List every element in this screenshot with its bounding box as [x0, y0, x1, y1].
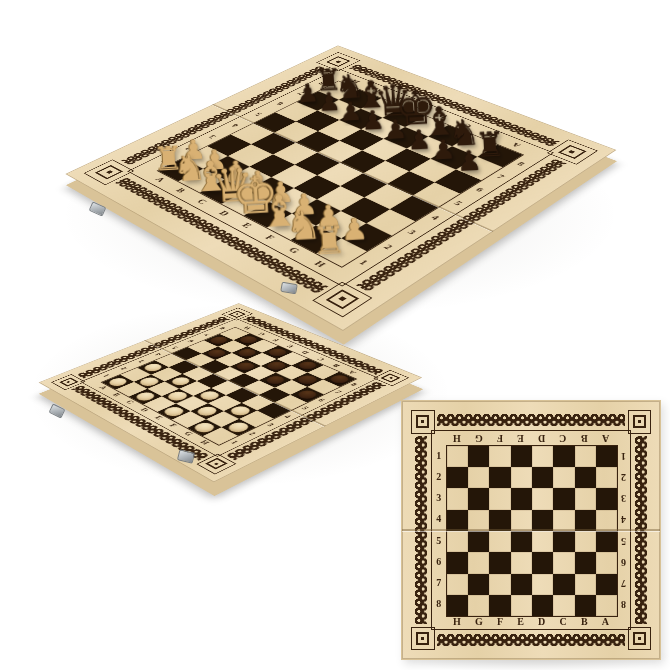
coordinate-label: 6 [621, 557, 626, 567]
chess-piece-black-pawn: ♟ [456, 146, 482, 175]
board-square [489, 595, 510, 616]
board-square [553, 467, 574, 488]
coordinate-label: D [538, 433, 545, 443]
coordinate-label: 3 [436, 493, 441, 503]
board-square [553, 510, 574, 531]
coordinate-label: 4 [436, 514, 441, 524]
board-square [532, 510, 553, 531]
coordinate-label: C [559, 617, 566, 627]
board-square [468, 531, 489, 552]
board-square [468, 467, 489, 488]
coordinate-label: G [475, 433, 483, 443]
board-square [596, 467, 617, 488]
board-square [596, 574, 617, 595]
fold-seam [402, 529, 660, 531]
coordinate-label: 2 [436, 472, 441, 482]
coordinate-labels-bottom: HGFEDCBA [446, 616, 616, 629]
board-square [553, 531, 574, 552]
coordinate-label: H [453, 433, 461, 443]
board-square [575, 531, 596, 552]
board-square [447, 488, 468, 509]
coordinate-label: 1 [436, 451, 441, 461]
coordinate-label: A [510, 142, 523, 149]
coordinate-label: 5 [436, 536, 441, 546]
checkers-set-view: HGFEDCBAABCDEFGH8765432187654321 [92, 244, 364, 516]
coordinate-label: F [271, 338, 281, 342]
coordinate-label: E [517, 433, 524, 443]
board-square [532, 446, 553, 467]
board-square [575, 510, 596, 531]
board-square [596, 446, 617, 467]
board-square [596, 595, 617, 616]
coordinate-label: 7 [436, 578, 441, 588]
coordinate-label: 4 [621, 514, 626, 524]
coordinate-label: 8 [436, 599, 441, 609]
coordinate-label: A [602, 433, 609, 443]
coordinate-label: H [453, 617, 461, 627]
board-square [489, 467, 510, 488]
corner-motif-ring [638, 637, 641, 640]
coordinate-label: E [153, 415, 164, 420]
coordinate-label: F [497, 433, 503, 443]
board-square [511, 531, 532, 552]
board-square [489, 446, 510, 467]
board-square [511, 467, 532, 488]
chess-piece-black-pawn: ♟ [317, 89, 341, 115]
board-square [241, 395, 274, 411]
coordinate-label: 8 [621, 599, 626, 609]
corner-motif-ring [421, 637, 424, 640]
board-square [489, 531, 510, 552]
corner-motif-ring [381, 373, 401, 382]
board-square [447, 510, 468, 531]
coordinate-label: D [538, 617, 545, 627]
coordinate-label: 2 [382, 243, 395, 250]
coordinate-label: 3 [621, 493, 626, 503]
board-square [447, 446, 468, 467]
board-square [553, 446, 574, 467]
coordinate-label: 1 [102, 373, 112, 377]
chess-piece-black-pawn: ♟ [407, 125, 432, 153]
coordinate-label: C [559, 433, 566, 443]
coordinate-label: B [581, 617, 588, 627]
board-square [575, 467, 596, 488]
board-square [575, 488, 596, 509]
coordinate-label: 5 [621, 536, 626, 546]
board-square [532, 595, 553, 616]
coordinate-label: E [285, 344, 295, 348]
braid-border-bottom [437, 634, 625, 646]
coordinate-labels-top: HGFEDCBA [446, 431, 616, 444]
board-square [575, 574, 596, 595]
board-square [511, 488, 532, 509]
checkers-board-tilt: HGFEDCBAABCDEFGH8765432187654321 [85, 237, 371, 523]
coordinate-label: A [602, 617, 609, 627]
board-square [489, 574, 510, 595]
coordinate-label: 6 [274, 101, 285, 106]
board-square [532, 552, 553, 573]
coordinate-label: 6 [436, 557, 441, 567]
chess-piece-black-pawn: ♟ [339, 97, 363, 124]
board-square [532, 488, 553, 509]
coordinate-label: 2 [621, 472, 626, 482]
board-square [553, 574, 574, 595]
corner-motif-ring [214, 462, 219, 465]
coordinate-label: F [497, 617, 503, 627]
chess-piece-black-pawn: ♟ [361, 107, 386, 134]
board-square [532, 574, 553, 595]
coordinate-label: G [257, 332, 268, 336]
corner-motif-ring [421, 420, 424, 423]
board-square [511, 595, 532, 616]
corner-motif-ring [638, 420, 641, 423]
coordinate-label: 4 [154, 352, 163, 356]
board-square [575, 446, 596, 467]
coordinate-label: E [517, 617, 524, 627]
board-square [295, 152, 340, 175]
coordinate-label: 3 [207, 134, 218, 140]
chess-piece-black-pawn: ♟ [431, 135, 457, 163]
board-square [468, 446, 489, 467]
board-square [596, 510, 617, 531]
flat-board-view: HGFEDCBAHGFEDCBA1234567812345678 [401, 400, 661, 660]
board-square [575, 552, 596, 573]
board-square [447, 574, 468, 595]
coordinate-label: 7 [621, 578, 626, 588]
board-square [468, 510, 489, 531]
board-square [511, 446, 532, 467]
flat-board-face: HGFEDCBAHGFEDCBA1234567812345678 [402, 401, 660, 659]
coordinate-label: B [331, 363, 341, 368]
coordinate-label: H [242, 326, 252, 330]
board-square [211, 381, 243, 396]
board-square [447, 552, 468, 573]
board-square [553, 488, 574, 509]
coordinate-label: G [475, 617, 483, 627]
board-square [489, 510, 510, 531]
board-square [596, 552, 617, 573]
board-square [489, 488, 510, 509]
board-square [511, 510, 532, 531]
corner-motif-ring [205, 458, 228, 470]
coordinate-label: D [300, 350, 311, 355]
board-square [553, 552, 574, 573]
chess-piece-black-pawn: ♟ [383, 116, 408, 144]
coordinate-label: 5 [252, 112, 263, 117]
board-square [553, 595, 574, 616]
board-square [245, 366, 276, 380]
board-square [596, 531, 617, 552]
board-square [447, 595, 468, 616]
coordinate-label: 1 [621, 451, 626, 461]
coordinate-label: B [581, 433, 588, 443]
board-square [468, 552, 489, 573]
corner-motif-ring [388, 377, 393, 379]
corner-motif-ring [569, 150, 576, 153]
board-square [511, 574, 532, 595]
board-square [532, 531, 553, 552]
board-square [489, 552, 510, 573]
braid-border-top [437, 414, 625, 426]
product-photo-stage: HGFEDCBAABCDEFGH8765432187654321♜♞♝♛♚♝♞♜… [0, 0, 670, 670]
board-square [575, 595, 596, 616]
board-square [447, 531, 468, 552]
board-square [511, 552, 532, 573]
board-square [447, 467, 468, 488]
board-square [532, 467, 553, 488]
coordinate-label: 4 [230, 123, 241, 128]
board-square [468, 488, 489, 509]
board-square [596, 488, 617, 509]
board-square [468, 595, 489, 616]
coordinate-label: A [347, 370, 358, 375]
board-square [468, 574, 489, 595]
